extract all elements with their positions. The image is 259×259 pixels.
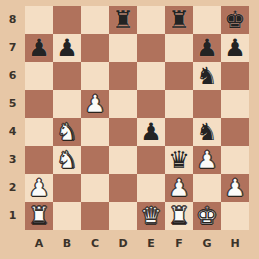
square-h7[interactable]: ♟ [221, 34, 249, 62]
square-g6[interactable]: ♞ [193, 62, 221, 90]
piece-black-rook: ♜ [165, 6, 193, 34]
piece-white-rook: ♜ [165, 202, 193, 230]
square-f3[interactable]: ♛ [165, 146, 193, 174]
square-b8[interactable] [53, 6, 81, 34]
square-h1[interactable] [221, 202, 249, 230]
piece-white-king: ♚ [193, 202, 221, 230]
rank-label-4: 4 [0, 118, 25, 146]
square-d3[interactable] [109, 146, 137, 174]
square-b2[interactable] [53, 174, 81, 202]
square-d5[interactable] [109, 90, 137, 118]
square-c2[interactable] [81, 174, 109, 202]
piece-black-king: ♚ [221, 6, 249, 34]
square-d2[interactable] [109, 174, 137, 202]
chess-board: ♜♜♚♟♟♟♟♞♟♞♟♞♞♛♟♟♟♟♜♛♜♚ [25, 6, 249, 230]
square-f2[interactable]: ♟ [165, 174, 193, 202]
square-f5[interactable] [165, 90, 193, 118]
piece-black-pawn: ♟ [193, 34, 221, 62]
square-g5[interactable] [193, 90, 221, 118]
square-g1[interactable]: ♚ [193, 202, 221, 230]
square-c4[interactable] [81, 118, 109, 146]
square-f4[interactable] [165, 118, 193, 146]
square-e3[interactable] [137, 146, 165, 174]
file-label-c: C [81, 230, 109, 259]
square-b5[interactable] [53, 90, 81, 118]
square-b1[interactable] [53, 202, 81, 230]
piece-white-knight: ♞ [53, 118, 81, 146]
square-a3[interactable] [25, 146, 53, 174]
rank-label-7: 7 [0, 34, 25, 62]
square-a7[interactable]: ♟ [25, 34, 53, 62]
square-g2[interactable] [193, 174, 221, 202]
square-e6[interactable] [137, 62, 165, 90]
rank-label-2: 2 [0, 174, 25, 202]
square-f1[interactable]: ♜ [165, 202, 193, 230]
rank-label-5: 5 [0, 90, 25, 118]
square-g8[interactable] [193, 6, 221, 34]
file-label-g: G [193, 230, 221, 259]
square-d6[interactable] [109, 62, 137, 90]
chess-diagram: 87654321 ♜♜♚♟♟♟♟♞♟♞♟♞♞♛♟♟♟♟♜♛♜♚ ABCDEFGH [0, 0, 259, 259]
rank-label-6: 6 [0, 62, 25, 90]
piece-black-knight: ♞ [193, 62, 221, 90]
square-h2[interactable]: ♟ [221, 174, 249, 202]
rank-label-3: 3 [0, 146, 25, 174]
rank-labels: 87654321 [0, 6, 25, 230]
square-e1[interactable]: ♛ [137, 202, 165, 230]
square-a5[interactable] [25, 90, 53, 118]
piece-black-queen: ♛ [165, 146, 193, 174]
piece-black-pawn: ♟ [53, 34, 81, 62]
file-label-e: E [137, 230, 165, 259]
file-labels: ABCDEFGH [25, 230, 249, 259]
square-g7[interactable]: ♟ [193, 34, 221, 62]
square-a6[interactable] [25, 62, 53, 90]
rank-label-1: 1 [0, 202, 25, 230]
file-label-h: H [221, 230, 249, 259]
square-b4[interactable]: ♞ [53, 118, 81, 146]
square-h6[interactable] [221, 62, 249, 90]
file-label-b: B [53, 230, 81, 259]
square-f6[interactable] [165, 62, 193, 90]
piece-white-pawn: ♟ [221, 174, 249, 202]
square-c8[interactable] [81, 6, 109, 34]
square-e2[interactable] [137, 174, 165, 202]
piece-white-queen: ♛ [137, 202, 165, 230]
piece-black-rook: ♜ [109, 6, 137, 34]
square-c5[interactable]: ♟ [81, 90, 109, 118]
square-c7[interactable] [81, 34, 109, 62]
square-a1[interactable]: ♜ [25, 202, 53, 230]
square-d7[interactable] [109, 34, 137, 62]
square-h5[interactable] [221, 90, 249, 118]
file-label-d: D [109, 230, 137, 259]
square-a8[interactable] [25, 6, 53, 34]
piece-black-knight: ♞ [193, 118, 221, 146]
square-a2[interactable]: ♟ [25, 174, 53, 202]
square-b7[interactable]: ♟ [53, 34, 81, 62]
square-f7[interactable] [165, 34, 193, 62]
square-h3[interactable] [221, 146, 249, 174]
square-c3[interactable] [81, 146, 109, 174]
square-e8[interactable] [137, 6, 165, 34]
square-e4[interactable]: ♟ [137, 118, 165, 146]
square-h8[interactable]: ♚ [221, 6, 249, 34]
square-d8[interactable]: ♜ [109, 6, 137, 34]
square-h4[interactable] [221, 118, 249, 146]
rank-label-8: 8 [0, 6, 25, 34]
square-b3[interactable]: ♞ [53, 146, 81, 174]
square-d1[interactable] [109, 202, 137, 230]
square-a4[interactable] [25, 118, 53, 146]
piece-black-pawn: ♟ [137, 118, 165, 146]
square-b6[interactable] [53, 62, 81, 90]
piece-black-pawn: ♟ [221, 34, 249, 62]
square-f8[interactable]: ♜ [165, 6, 193, 34]
piece-white-pawn: ♟ [193, 146, 221, 174]
file-label-f: F [165, 230, 193, 259]
square-d4[interactable] [109, 118, 137, 146]
piece-white-rook: ♜ [25, 202, 53, 230]
square-c1[interactable] [81, 202, 109, 230]
square-g4[interactable]: ♞ [193, 118, 221, 146]
square-c6[interactable] [81, 62, 109, 90]
square-g3[interactable]: ♟ [193, 146, 221, 174]
square-e7[interactable] [137, 34, 165, 62]
piece-white-pawn: ♟ [165, 174, 193, 202]
piece-white-pawn: ♟ [81, 90, 109, 118]
piece-black-pawn: ♟ [25, 34, 53, 62]
square-e5[interactable] [137, 90, 165, 118]
piece-white-pawn: ♟ [25, 174, 53, 202]
file-label-a: A [25, 230, 53, 259]
piece-white-knight: ♞ [53, 146, 81, 174]
